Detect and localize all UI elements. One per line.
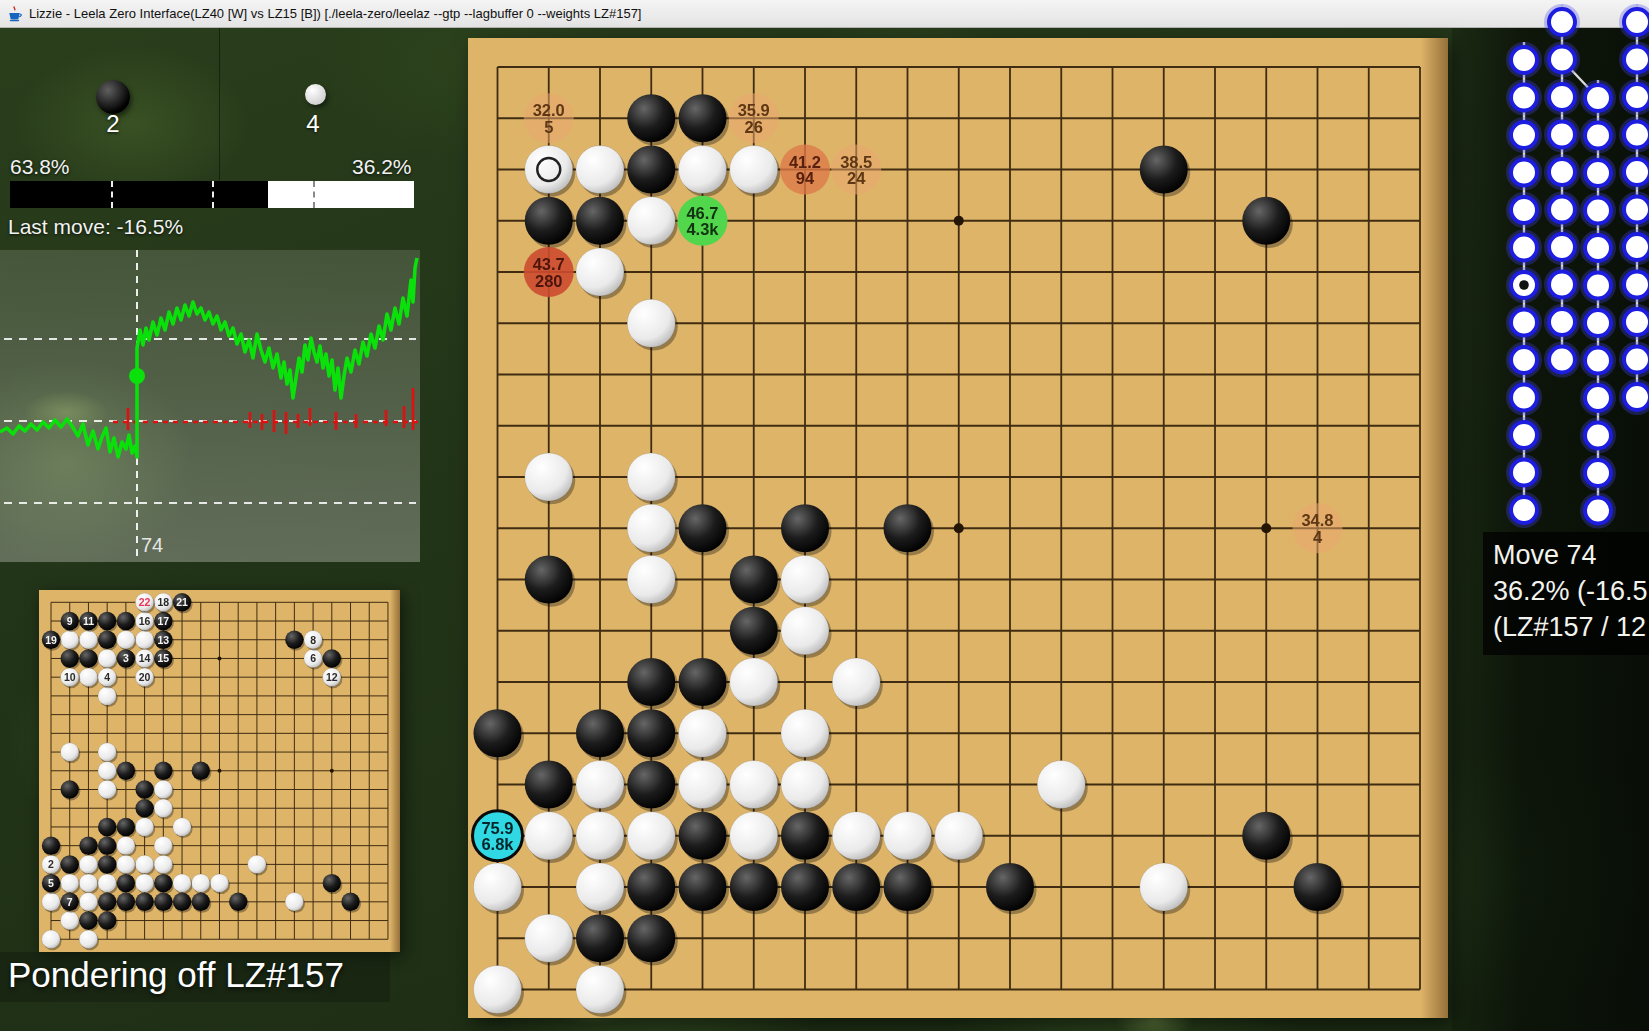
svg-text:5: 5 xyxy=(544,118,553,136)
svg-text:35.9: 35.9 xyxy=(738,101,770,119)
svg-text:38.5: 38.5 xyxy=(840,153,872,171)
java-icon xyxy=(6,5,23,22)
svg-text:26: 26 xyxy=(745,118,763,136)
svg-text:14: 14 xyxy=(139,652,151,664)
svg-text:9: 9 xyxy=(67,615,73,627)
variation-sub-board: 2345678910111213141516171819202122 xyxy=(39,590,400,952)
winrate-tick xyxy=(313,181,315,208)
black-winrate-label: 63.8% xyxy=(10,155,70,179)
move-info-move: Move 74 xyxy=(1493,537,1649,573)
white-capture-stone-icon xyxy=(305,84,326,105)
white-winrate-label: 36.2% xyxy=(352,155,412,179)
graph-move-number: 74 xyxy=(141,534,163,556)
svg-text:75.9: 75.9 xyxy=(481,819,513,837)
winrate-white-fill xyxy=(268,181,414,208)
svg-text:12: 12 xyxy=(326,671,338,683)
captures-divider xyxy=(219,28,220,180)
svg-text:19: 19 xyxy=(45,634,57,646)
svg-text:8: 8 xyxy=(310,634,316,646)
last-move-delta: Last move: -16.5% xyxy=(8,215,183,239)
winrate-bar xyxy=(10,181,414,208)
main-go-board[interactable]: 32.0535.92641.29438.52446.74.3k43.728034… xyxy=(468,38,1448,1018)
move-info-engine: (LZ#157 / 12 xyxy=(1493,609,1649,645)
svg-text:32.0: 32.0 xyxy=(533,101,565,119)
black-capture-stone-icon xyxy=(96,80,130,114)
svg-text:18: 18 xyxy=(157,596,169,608)
svg-text:7: 7 xyxy=(67,896,73,908)
black-capture-count: 2 xyxy=(93,110,133,138)
winrate-black-fill xyxy=(10,181,268,208)
svg-text:21: 21 xyxy=(176,596,188,608)
svg-text:4: 4 xyxy=(104,671,110,683)
winrate-graph[interactable]: 74 xyxy=(0,250,420,562)
svg-text:6.8k: 6.8k xyxy=(481,835,514,853)
window-title: Lizzie - Leela Zero Interface(LZ40 [W] v… xyxy=(29,6,641,21)
winrate-tick xyxy=(212,181,214,208)
svg-text:4: 4 xyxy=(1313,528,1323,546)
svg-text:2: 2 xyxy=(48,858,54,870)
svg-text:11: 11 xyxy=(83,615,94,627)
svg-text:34.8: 34.8 xyxy=(1301,511,1333,529)
svg-text:15: 15 xyxy=(157,652,169,664)
winrate-tick xyxy=(111,181,113,208)
svg-text:43.7: 43.7 xyxy=(533,255,565,273)
svg-text:94: 94 xyxy=(796,169,815,187)
pondering-status: Pondering off LZ#157 xyxy=(8,955,344,995)
move-info-winrate: 36.2% (-16.5 xyxy=(1493,573,1649,609)
svg-text:3: 3 xyxy=(123,652,129,664)
svg-text:20: 20 xyxy=(139,671,151,683)
svg-text:41.2: 41.2 xyxy=(789,153,821,171)
lizzie-window: Lizzie - Leela Zero Interface(LZ40 [W] v… xyxy=(0,0,1649,1031)
move-info-panel: Move 74 36.2% (-16.5 (LZ#157 / 12 xyxy=(1483,532,1649,655)
svg-text:46.7: 46.7 xyxy=(686,204,718,222)
svg-text:17: 17 xyxy=(157,615,169,627)
svg-text:6: 6 xyxy=(310,652,316,664)
svg-text:10: 10 xyxy=(64,671,76,683)
svg-text:4.3k: 4.3k xyxy=(686,220,719,238)
title-bar: Lizzie - Leela Zero Interface(LZ40 [W] v… xyxy=(0,0,1649,28)
move-tree[interactable] xyxy=(1440,0,1649,1031)
svg-text:5: 5 xyxy=(48,877,54,889)
svg-text:16: 16 xyxy=(139,615,151,627)
svg-text:280: 280 xyxy=(535,272,563,290)
svg-text:24: 24 xyxy=(847,169,866,187)
svg-text:13: 13 xyxy=(157,634,169,646)
svg-text:22: 22 xyxy=(139,596,151,608)
white-capture-count: 4 xyxy=(293,110,333,138)
